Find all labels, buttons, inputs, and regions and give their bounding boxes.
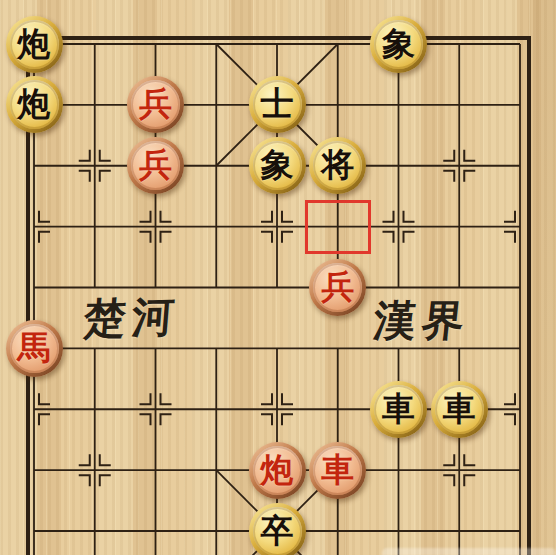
piece-black-cannon[interactable]: 炮 xyxy=(6,16,63,73)
piece-character: 将 xyxy=(321,148,354,181)
piece-red-soldier[interactable]: 兵 xyxy=(127,76,184,133)
piece-red-horse[interactable]: 馬 xyxy=(6,320,63,377)
piece-black-elephant[interactable]: 象 xyxy=(370,16,427,73)
piece-character: 車 xyxy=(443,392,476,425)
piece-face: 兵 xyxy=(313,263,362,312)
piece-face: 炮 xyxy=(10,80,59,129)
piece-character: 卒 xyxy=(261,514,294,547)
piece-character: 馬 xyxy=(18,331,51,364)
piece-face: 兵 xyxy=(131,80,180,129)
piece-face: 馬 xyxy=(10,324,59,373)
piece-face: 象 xyxy=(374,20,423,69)
piece-character: 車 xyxy=(382,392,415,425)
ui-sliver xyxy=(382,548,556,555)
piece-black-elephant[interactable]: 象 xyxy=(249,137,306,194)
piece-character: 兵 xyxy=(139,87,172,120)
piece-face: 車 xyxy=(374,385,423,434)
piece-face: 卒 xyxy=(253,507,302,555)
piece-black-chariot[interactable]: 車 xyxy=(431,381,488,438)
piece-face: 象 xyxy=(253,141,302,190)
river-label-chu-he: 楚河 xyxy=(82,296,182,340)
piece-character: 炮 xyxy=(18,87,51,120)
piece-face: 将 xyxy=(313,141,362,190)
piece-face: 炮 xyxy=(253,446,302,495)
piece-red-soldier[interactable]: 兵 xyxy=(309,259,366,316)
piece-face: 車 xyxy=(435,385,484,434)
piece-character: 兵 xyxy=(139,148,172,181)
piece-face: 車 xyxy=(313,446,362,495)
piece-character: 象 xyxy=(261,148,294,181)
piece-red-chariot[interactable]: 車 xyxy=(309,442,366,499)
piece-black-cannon[interactable]: 炮 xyxy=(6,76,63,133)
piece-face: 炮 xyxy=(10,20,59,69)
piece-character: 兵 xyxy=(321,270,354,303)
river-label-han-jie: 漢界 xyxy=(372,300,472,342)
piece-black-chariot[interactable]: 車 xyxy=(370,381,427,438)
piece-character: 炮 xyxy=(261,453,294,486)
piece-character: 炮 xyxy=(18,27,51,60)
piece-character: 車 xyxy=(321,453,354,486)
piece-red-soldier[interactable]: 兵 xyxy=(127,137,184,194)
last-move-marker xyxy=(305,200,371,254)
piece-face: 士 xyxy=(253,80,302,129)
piece-black-advisor[interactable]: 士 xyxy=(249,76,306,133)
piece-character: 士 xyxy=(261,87,294,120)
piece-face: 兵 xyxy=(131,141,180,190)
xiangqi-board: 楚河 漢界 炮象炮兵士兵象将兵馬車車炮車卒 xyxy=(0,0,556,555)
piece-black-soldier[interactable]: 卒 xyxy=(249,503,306,555)
piece-red-cannon[interactable]: 炮 xyxy=(249,442,306,499)
piece-character: 象 xyxy=(382,27,415,60)
